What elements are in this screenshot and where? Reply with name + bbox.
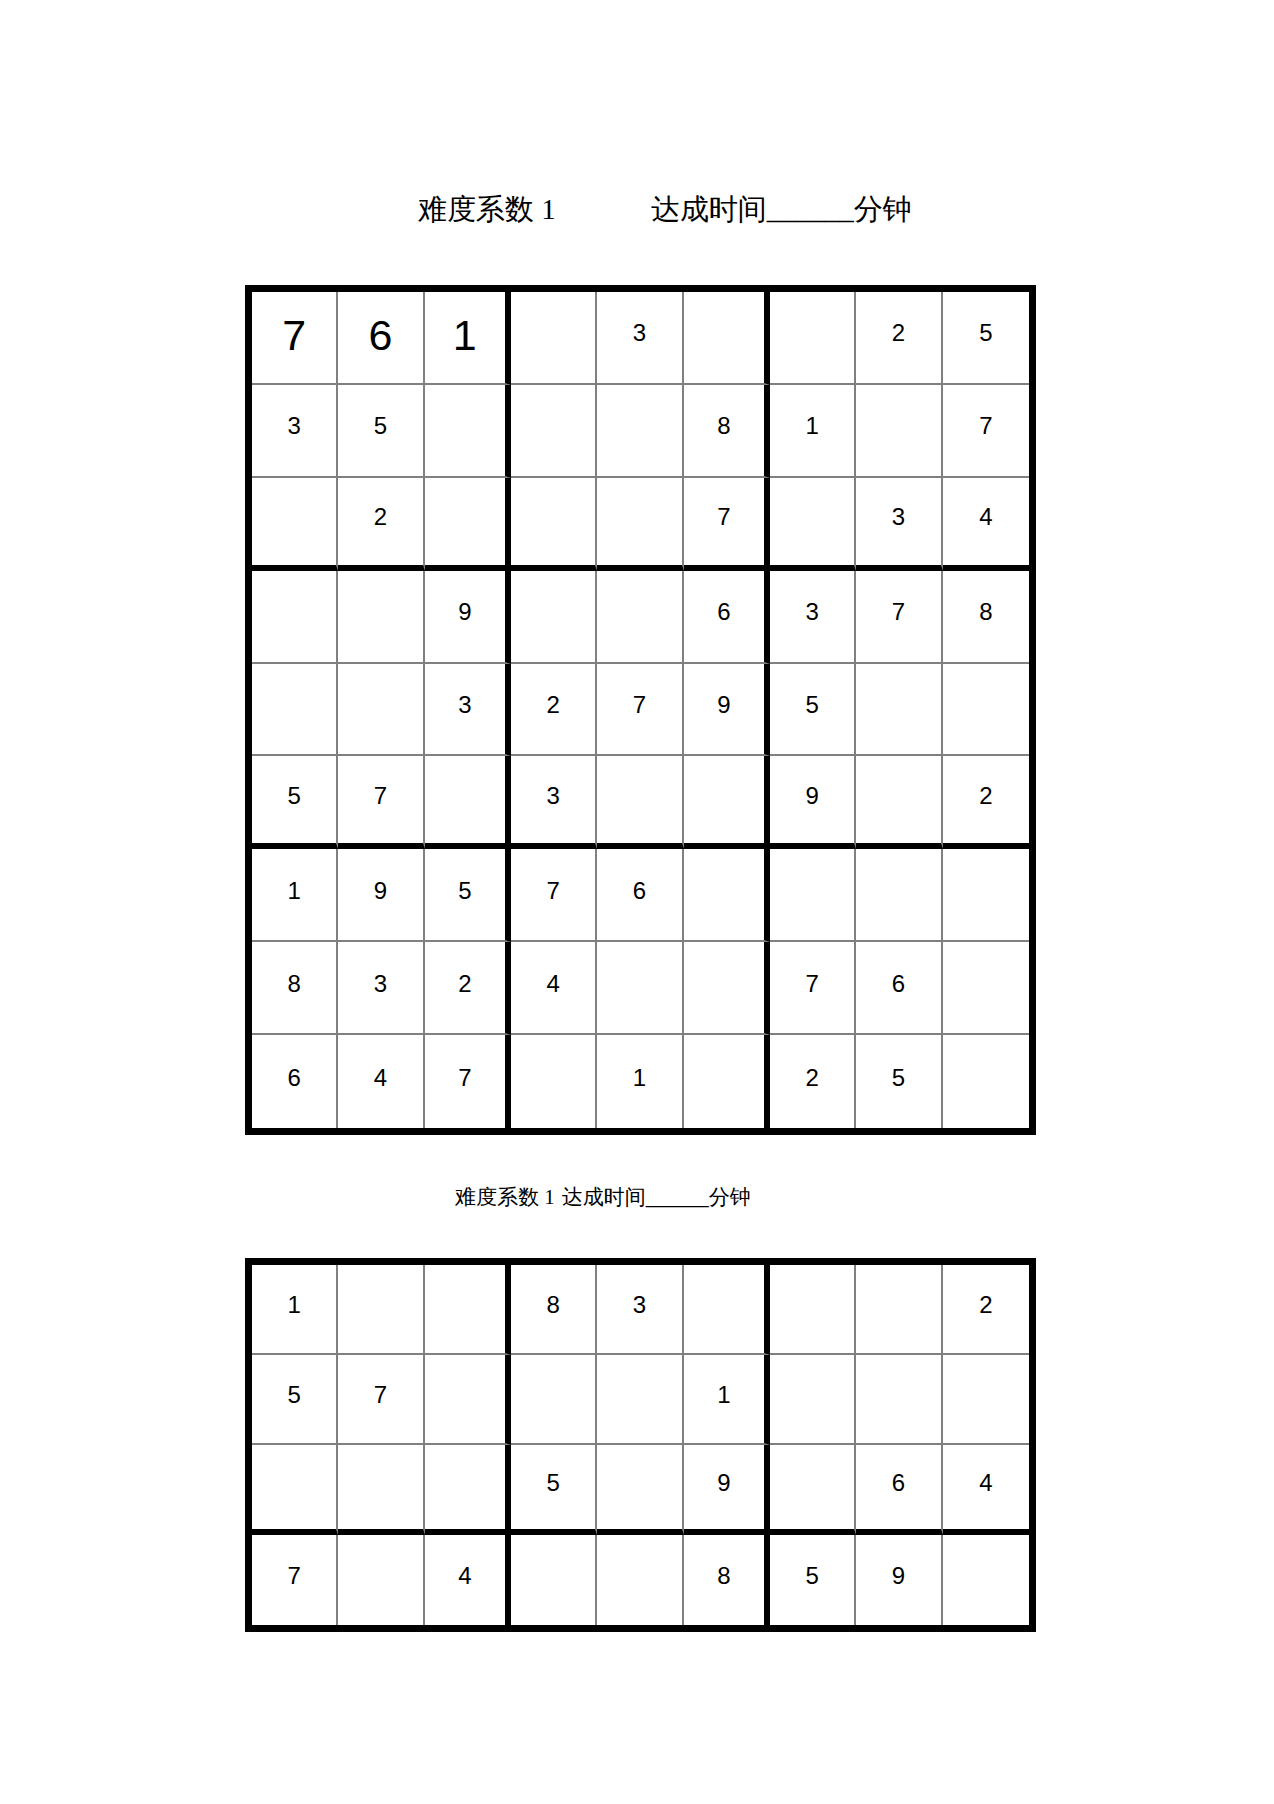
puzzle1-cell-r5c7: 5: [770, 664, 856, 757]
puzzle1-cell-r8c5: [597, 942, 683, 1035]
puzzle2-cell-r2c5: [597, 1355, 683, 1445]
puzzle1-title: 难度系数 1达成时间______分钟: [418, 190, 912, 230]
puzzle1-cell-r6c9: 2: [943, 756, 1029, 849]
puzzle2-cell-r1c4: 8: [511, 1265, 597, 1355]
puzzle1-cell-r3c5: [597, 478, 683, 571]
puzzle1-cell-r4c9: 8: [943, 571, 1029, 664]
puzzle1-cell-r3c1: [252, 478, 338, 571]
puzzle1-cell-r9c6: [684, 1035, 770, 1128]
puzzle2-title: 难度系数 1达成时间______分钟: [455, 1183, 751, 1211]
sudoku-board-2: 1832571596474859: [245, 1258, 1036, 1632]
puzzle2-cell-r3c6: 9: [684, 1445, 770, 1535]
puzzle1-cell-r5c4: 2: [511, 664, 597, 757]
puzzle1-cell-r5c1: [252, 664, 338, 757]
puzzle2-cell-r4c7: 5: [770, 1535, 856, 1625]
puzzle1-cell-r9c7: 2: [770, 1035, 856, 1128]
puzzle1-cell-r4c8: 7: [856, 571, 942, 664]
puzzle1-cell-r8c3: 2: [425, 942, 511, 1035]
puzzle1-cell-r6c6: [684, 756, 770, 849]
puzzle1-cell-r7c6: [684, 849, 770, 942]
puzzle1-cell-r6c5: [597, 756, 683, 849]
puzzle1-cell-r1c9: 5: [943, 292, 1029, 385]
puzzle1-cell-r2c7: 1: [770, 385, 856, 478]
puzzle1-cell-r5c9: [943, 664, 1029, 757]
puzzle1-difficulty-label: 难度系数 1: [418, 193, 556, 225]
puzzle1-cell-r8c7: 7: [770, 942, 856, 1035]
worksheet-page: 难度系数 1达成时间______分钟 761325358172734963783…: [0, 0, 1274, 1804]
puzzle1-cell-r2c6: 8: [684, 385, 770, 478]
puzzle1-cell-r5c3: 3: [425, 664, 511, 757]
puzzle1-cell-r7c9: [943, 849, 1029, 942]
puzzle1-cell-r3c6: 7: [684, 478, 770, 571]
puzzle2-cell-r4c2: [338, 1535, 424, 1625]
puzzle2-cell-r1c5: 3: [597, 1265, 683, 1355]
puzzle1-cell-r9c9: [943, 1035, 1029, 1128]
puzzle1-cell-r1c8: 2: [856, 292, 942, 385]
puzzle1-cell-r2c8: [856, 385, 942, 478]
puzzle1-cell-r1c2: 6: [338, 292, 424, 385]
puzzle1-cell-r9c5: 1: [597, 1035, 683, 1128]
puzzle1-cell-r1c1: 7: [252, 292, 338, 385]
puzzle2-cell-r1c9: 2: [943, 1265, 1029, 1355]
puzzle1-cell-r4c1: [252, 571, 338, 664]
puzzle2-cell-r2c8: [856, 1355, 942, 1445]
puzzle2-cell-r2c4: [511, 1355, 597, 1445]
puzzle1-cell-r4c5: [597, 571, 683, 664]
puzzle1-cell-r7c8: [856, 849, 942, 942]
puzzle2-cell-r1c2: [338, 1265, 424, 1355]
puzzle2-cell-r3c7: [770, 1445, 856, 1535]
puzzle1-time-blank: ______: [767, 193, 854, 225]
puzzle2-cell-r4c6: 8: [684, 1535, 770, 1625]
puzzle2-cell-r4c1: 7: [252, 1535, 338, 1625]
sudoku-board-1: 7613253581727349637832795573921957683247…: [245, 285, 1036, 1135]
puzzle2-cell-r4c3: 4: [425, 1535, 511, 1625]
puzzle1-cell-r3c9: 4: [943, 478, 1029, 571]
puzzle1-cell-r9c3: 7: [425, 1035, 511, 1128]
puzzle1-cell-r4c3: 9: [425, 571, 511, 664]
puzzle2-cell-r4c4: [511, 1535, 597, 1625]
puzzle1-cell-r7c7: [770, 849, 856, 942]
puzzle1-cell-r7c3: 5: [425, 849, 511, 942]
puzzle1-time-label: 达成时间: [651, 193, 767, 225]
puzzle2-cell-r3c5: [597, 1445, 683, 1535]
puzzle1-cell-r8c2: 3: [338, 942, 424, 1035]
puzzle1-cell-r8c9: [943, 942, 1029, 1035]
puzzle1-cell-r7c4: 7: [511, 849, 597, 942]
puzzle1-cell-r4c4: [511, 571, 597, 664]
puzzle1-cell-r8c6: [684, 942, 770, 1035]
puzzle2-cell-r3c2: [338, 1445, 424, 1535]
puzzle1-cell-r4c2: [338, 571, 424, 664]
puzzle2-time-label: 达成时间: [562, 1185, 646, 1209]
puzzle1-cell-r7c2: 9: [338, 849, 424, 942]
puzzle1-cell-r3c3: [425, 478, 511, 571]
puzzle2-cell-r2c3: [425, 1355, 511, 1445]
puzzle1-cell-r3c4: [511, 478, 597, 571]
puzzle1-cell-r6c8: [856, 756, 942, 849]
puzzle1-cell-r7c1: 1: [252, 849, 338, 942]
puzzle1-cell-r4c6: 6: [684, 571, 770, 664]
puzzle2-cell-r3c8: 6: [856, 1445, 942, 1535]
puzzle1-cell-r2c5: [597, 385, 683, 478]
puzzle1-cell-r5c6: 9: [684, 664, 770, 757]
puzzle1-minutes-label: 分钟: [854, 193, 912, 225]
puzzle1-cell-r2c2: 5: [338, 385, 424, 478]
puzzle1-cell-r4c7: 3: [770, 571, 856, 664]
puzzle1-cell-r3c2: 2: [338, 478, 424, 571]
puzzle1-cell-r3c8: 3: [856, 478, 942, 571]
puzzle1-cell-r9c1: 6: [252, 1035, 338, 1128]
puzzle1-cell-r8c4: 4: [511, 942, 597, 1035]
puzzle1-cell-r8c8: 6: [856, 942, 942, 1035]
puzzle2-cell-r3c4: 5: [511, 1445, 597, 1535]
puzzle2-difficulty-label: 难度系数 1: [455, 1185, 555, 1209]
puzzle1-cell-r1c3: 1: [425, 292, 511, 385]
puzzle1-cell-r6c4: 3: [511, 756, 597, 849]
puzzle1-cell-r1c5: 3: [597, 292, 683, 385]
puzzle1-cell-r2c9: 7: [943, 385, 1029, 478]
puzzle1-cell-r9c2: 4: [338, 1035, 424, 1128]
puzzle1-cell-r1c6: [684, 292, 770, 385]
puzzle2-cell-r4c8: 9: [856, 1535, 942, 1625]
puzzle1-cell-r6c3: [425, 756, 511, 849]
puzzle1-cell-r2c3: [425, 385, 511, 478]
puzzle2-cell-r2c9: [943, 1355, 1029, 1445]
puzzle2-cell-r3c9: 4: [943, 1445, 1029, 1535]
puzzle1-cell-r1c7: [770, 292, 856, 385]
puzzle1-cell-r7c5: 6: [597, 849, 683, 942]
puzzle1-cell-r6c2: 7: [338, 756, 424, 849]
puzzle2-cell-r3c1: [252, 1445, 338, 1535]
puzzle2-cell-r4c5: [597, 1535, 683, 1625]
puzzle2-cell-r1c8: [856, 1265, 942, 1355]
puzzle2-cell-r1c1: 1: [252, 1265, 338, 1355]
puzzle1-cell-r6c1: 5: [252, 756, 338, 849]
puzzle2-cell-r2c2: 7: [338, 1355, 424, 1445]
puzzle1-cell-r5c8: [856, 664, 942, 757]
puzzle2-cell-r1c6: [684, 1265, 770, 1355]
puzzle2-cell-r4c9: [943, 1535, 1029, 1625]
puzzle2-cell-r2c6: 1: [684, 1355, 770, 1445]
puzzle2-cell-r3c3: [425, 1445, 511, 1535]
puzzle1-cell-r2c4: [511, 385, 597, 478]
puzzle2-cell-r1c3: [425, 1265, 511, 1355]
puzzle2-cell-r2c7: [770, 1355, 856, 1445]
puzzle2-time-blank: ______: [646, 1185, 709, 1209]
puzzle1-cell-r9c8: 5: [856, 1035, 942, 1128]
puzzle1-cell-r8c1: 8: [252, 942, 338, 1035]
puzzle1-cell-r1c4: [511, 292, 597, 385]
puzzle2-cell-r1c7: [770, 1265, 856, 1355]
puzzle1-cell-r3c7: [770, 478, 856, 571]
puzzle1-cell-r2c1: 3: [252, 385, 338, 478]
puzzle1-cell-r5c2: [338, 664, 424, 757]
puzzle2-cell-r2c1: 5: [252, 1355, 338, 1445]
puzzle1-cell-r6c7: 9: [770, 756, 856, 849]
puzzle2-minutes-label: 分钟: [709, 1185, 751, 1209]
puzzle1-cell-r9c4: [511, 1035, 597, 1128]
puzzle1-cell-r5c5: 7: [597, 664, 683, 757]
